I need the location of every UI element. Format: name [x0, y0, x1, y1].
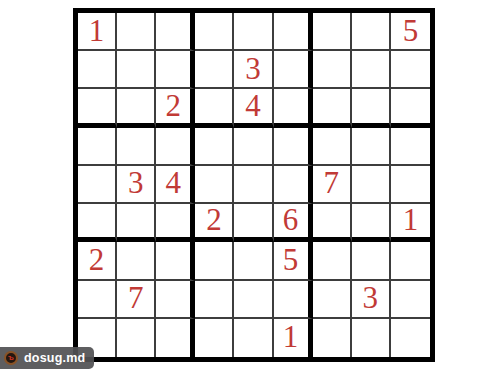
cell-r1c6[interactable]	[274, 13, 313, 51]
cell-r9c5[interactable]	[234, 319, 273, 357]
cell-r4c1[interactable]	[78, 128, 117, 166]
sudoku-board: 1532434726125731	[73, 8, 435, 362]
cell-r6c7[interactable]	[313, 204, 352, 242]
cell-r3c3[interactable]: 2	[156, 89, 195, 127]
cell-r9c4[interactable]	[195, 319, 234, 357]
cell-r7c2[interactable]	[117, 242, 156, 280]
cell-r2c2[interactable]	[117, 51, 156, 89]
cell-r7c1[interactable]: 2	[78, 242, 117, 280]
cell-r4c6[interactable]	[274, 128, 313, 166]
cell-r5c4[interactable]	[195, 166, 234, 204]
cell-r1c2[interactable]	[117, 13, 156, 51]
cell-r4c8[interactable]	[352, 128, 391, 166]
cell-r9c9[interactable]	[391, 319, 430, 357]
given-digit: 3	[363, 282, 379, 313]
cell-r7c9[interactable]	[391, 242, 430, 280]
given-digit: 7	[323, 167, 339, 198]
cell-r5c9[interactable]	[391, 166, 430, 204]
cell-r9c2[interactable]	[117, 319, 156, 357]
cell-r3c4[interactable]	[195, 89, 234, 127]
cell-r4c5[interactable]	[234, 128, 273, 166]
cell-r3c2[interactable]	[117, 89, 156, 127]
cell-r5c1[interactable]	[78, 166, 117, 204]
given-digit: 1	[403, 204, 419, 235]
cell-r5c7[interactable]: 7	[313, 166, 352, 204]
cell-r6c6[interactable]: 6	[274, 204, 313, 242]
cell-r1c8[interactable]	[352, 13, 391, 51]
cell-r6c2[interactable]	[117, 204, 156, 242]
cell-r4c3[interactable]	[156, 128, 195, 166]
cell-r8c1[interactable]	[78, 281, 117, 319]
given-digit: 4	[245, 90, 261, 121]
dosug-logo-icon: ъ	[4, 351, 18, 365]
given-digit: 3	[128, 167, 144, 198]
cell-r6c1[interactable]	[78, 204, 117, 242]
cell-r2c5[interactable]: 3	[234, 51, 273, 89]
given-digit: 4	[166, 167, 182, 198]
cell-r8c6[interactable]	[274, 281, 313, 319]
cell-r9c8[interactable]	[352, 319, 391, 357]
cell-r8c8[interactable]: 3	[352, 281, 391, 319]
cell-r5c8[interactable]	[352, 166, 391, 204]
cell-r3c6[interactable]	[274, 89, 313, 127]
cell-r8c4[interactable]	[195, 281, 234, 319]
cell-r8c3[interactable]	[156, 281, 195, 319]
cell-r6c3[interactable]	[156, 204, 195, 242]
cell-r7c5[interactable]	[234, 242, 273, 280]
cell-r7c3[interactable]	[156, 242, 195, 280]
given-digit: 5	[403, 15, 419, 46]
cell-r1c3[interactable]	[156, 13, 195, 51]
cell-r9c7[interactable]	[313, 319, 352, 357]
cell-r5c6[interactable]	[274, 166, 313, 204]
cell-r7c7[interactable]	[313, 242, 352, 280]
page: 1532434726125731 ъ dosug.md	[0, 0, 500, 375]
given-digit: 5	[283, 244, 299, 275]
watermark-badge: ъ dosug.md	[0, 347, 94, 369]
cell-r6c5[interactable]	[234, 204, 273, 242]
cell-r5c3[interactable]: 4	[156, 166, 195, 204]
given-digit: 2	[206, 204, 222, 235]
cell-r4c7[interactable]	[313, 128, 352, 166]
cell-r3c8[interactable]	[352, 89, 391, 127]
cell-r8c5[interactable]	[234, 281, 273, 319]
cell-r3c9[interactable]	[391, 89, 430, 127]
cell-r6c8[interactable]	[352, 204, 391, 242]
cell-r3c7[interactable]	[313, 89, 352, 127]
cell-r2c8[interactable]	[352, 51, 391, 89]
cell-r8c2[interactable]: 7	[117, 281, 156, 319]
cell-r5c5[interactable]	[234, 166, 273, 204]
given-digit: 2	[166, 90, 182, 121]
cell-r2c4[interactable]	[195, 51, 234, 89]
given-digit: 1	[89, 15, 105, 46]
cell-r3c5[interactable]: 4	[234, 89, 273, 127]
cell-r6c9[interactable]: 1	[391, 204, 430, 242]
cell-r5c2[interactable]: 3	[117, 166, 156, 204]
given-digit: 3	[245, 53, 261, 84]
cell-r1c7[interactable]	[313, 13, 352, 51]
cell-r7c8[interactable]	[352, 242, 391, 280]
cell-r1c4[interactable]	[195, 13, 234, 51]
cell-r7c4[interactable]	[195, 242, 234, 280]
cell-r1c5[interactable]	[234, 13, 273, 51]
cell-r4c4[interactable]	[195, 128, 234, 166]
cell-r1c9[interactable]: 5	[391, 13, 430, 51]
cell-r9c6[interactable]: 1	[274, 319, 313, 357]
cell-r2c7[interactable]	[313, 51, 352, 89]
cell-r8c7[interactable]	[313, 281, 352, 319]
cell-r2c6[interactable]	[274, 51, 313, 89]
watermark-text: dosug.md	[24, 351, 85, 365]
cell-r4c2[interactable]	[117, 128, 156, 166]
given-digit: 6	[283, 204, 299, 235]
cell-r9c3[interactable]	[156, 319, 195, 357]
cell-r2c3[interactable]	[156, 51, 195, 89]
given-digit: 2	[89, 244, 105, 275]
cell-r2c1[interactable]	[78, 51, 117, 89]
cell-r7c6[interactable]: 5	[274, 242, 313, 280]
cell-r6c4[interactable]: 2	[195, 204, 234, 242]
cell-r4c9[interactable]	[391, 128, 430, 166]
cell-r2c9[interactable]	[391, 51, 430, 89]
cell-r8c9[interactable]	[391, 281, 430, 319]
given-digit: 7	[128, 282, 144, 313]
given-digit: 1	[283, 321, 299, 352]
cell-r3c1[interactable]	[78, 89, 117, 127]
cell-r1c1[interactable]: 1	[78, 13, 117, 51]
